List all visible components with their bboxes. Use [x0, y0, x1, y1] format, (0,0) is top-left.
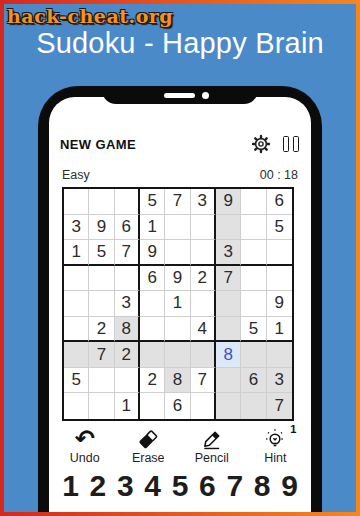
cell-r6c1[interactable]: [64, 317, 89, 343]
cell-r5c9[interactable]: 9: [267, 291, 292, 317]
pause-icon[interactable]: [282, 135, 300, 153]
undo-label: Undo: [70, 451, 100, 465]
cell-r8c2[interactable]: [89, 368, 114, 394]
cell-r1c3[interactable]: [115, 189, 140, 215]
page-title: Sudoku - Happy Brain: [0, 27, 360, 60]
camera-icon: [202, 92, 209, 99]
phone-notch: [102, 86, 258, 104]
cell-r3c2[interactable]: 5: [89, 240, 114, 266]
cell-r9c3[interactable]: 1: [115, 393, 140, 419]
cell-r6c6[interactable]: 4: [191, 317, 216, 343]
numpad-key-2[interactable]: 2: [85, 469, 110, 503]
hint-label: Hint: [264, 451, 286, 465]
status-row: Easy 00 : 18: [62, 168, 298, 182]
cell-r5c5[interactable]: 1: [165, 291, 190, 317]
undo-icon: ↶: [75, 427, 95, 450]
numpad-key-9[interactable]: 9: [277, 469, 302, 503]
numpad-key-7[interactable]: 7: [222, 469, 247, 503]
cell-r5c7[interactable]: [216, 291, 241, 317]
numpad-key-8[interactable]: 8: [250, 469, 275, 503]
cell-r9c5[interactable]: 6: [165, 393, 190, 419]
timer: 00 : 18: [260, 168, 298, 182]
speaker-icon: [164, 93, 195, 98]
pause-bar-left: [283, 136, 289, 152]
cell-r1c1[interactable]: [64, 189, 89, 215]
eraser-icon: [137, 427, 159, 450]
settings-gear-icon[interactable]: [251, 134, 271, 154]
cell-r2c1[interactable]: 3: [64, 215, 89, 241]
cell-r6c5[interactable]: [165, 317, 190, 343]
cell-r8c3[interactable]: [115, 368, 140, 394]
cell-r4c5[interactable]: 9: [165, 266, 190, 292]
cell-r1c9[interactable]: 6: [267, 189, 292, 215]
cell-r3c4[interactable]: 9: [140, 240, 165, 266]
erase-button[interactable]: Erase: [120, 427, 176, 465]
cell-r4c1[interactable]: [64, 266, 89, 292]
undo-button[interactable]: ↶ Undo: [57, 427, 113, 465]
cell-r2c4[interactable]: 1: [140, 215, 165, 241]
cell-r8c1[interactable]: 5: [64, 368, 89, 394]
cell-r9c2[interactable]: [89, 393, 114, 419]
hint-button[interactable]: 1 Hint: [247, 427, 303, 465]
cell-r9c8[interactable]: [241, 393, 266, 419]
cell-r5c3[interactable]: 3: [115, 291, 140, 317]
cell-r1c6[interactable]: 3: [191, 189, 216, 215]
light-bulb-icon: 1: [264, 427, 286, 450]
cell-r1c4[interactable]: 5: [140, 189, 165, 215]
cell-r8c4[interactable]: 2: [140, 368, 165, 394]
cell-r3c1[interactable]: 1: [64, 240, 89, 266]
cell-r6c7[interactable]: [216, 317, 241, 343]
cell-r3c8[interactable]: [241, 240, 266, 266]
cell-r7c7[interactable]: 8: [216, 342, 241, 368]
cell-r7c6[interactable]: [191, 342, 216, 368]
cell-r7c5[interactable]: [165, 342, 190, 368]
pencil-button[interactable]: Pencil: [184, 427, 240, 465]
cell-r6c9[interactable]: 1: [267, 317, 292, 343]
cell-r6c4[interactable]: [140, 317, 165, 343]
cell-r5c2[interactable]: [89, 291, 114, 317]
pencil-icon: [201, 427, 223, 450]
numpad-key-1[interactable]: 1: [58, 469, 83, 503]
cell-r7c9[interactable]: [267, 342, 292, 368]
cell-r5c8[interactable]: [241, 291, 266, 317]
toolbar: ↶ Undo Erase: [53, 427, 307, 465]
cell-r2c8[interactable]: [241, 215, 266, 241]
cell-r9c7[interactable]: [216, 393, 241, 419]
phone-mockup: NEW GAME: [38, 86, 322, 516]
cell-r9c6[interactable]: [191, 393, 216, 419]
cell-r5c6[interactable]: [191, 291, 216, 317]
cell-r1c5[interactable]: 7: [165, 189, 190, 215]
cell-r6c3[interactable]: 8: [115, 317, 140, 343]
phone-screen: NEW GAME: [49, 97, 311, 516]
cell-r7c3[interactable]: 2: [115, 342, 140, 368]
cell-r1c2[interactable]: [89, 189, 114, 215]
erase-label: Erase: [132, 451, 165, 465]
cell-r8c6[interactable]: 7: [191, 368, 216, 394]
sudoku-grid: 573963961515793692731928451728528763167: [62, 187, 294, 421]
pencil-label: Pencil: [195, 451, 229, 465]
cell-r3c6[interactable]: [191, 240, 216, 266]
cell-r1c7[interactable]: 9: [216, 189, 241, 215]
cell-r9c1[interactable]: [64, 393, 89, 419]
cell-r9c4[interactable]: [140, 393, 165, 419]
cell-r3c5[interactable]: [165, 240, 190, 266]
numpad-key-4[interactable]: 4: [140, 469, 165, 503]
cell-r7c8[interactable]: [241, 342, 266, 368]
numpad-key-5[interactable]: 5: [168, 469, 193, 503]
hint-count-badge: 1: [290, 423, 296, 435]
watermark: hack-cheat.org: [7, 5, 173, 27]
difficulty-label: Easy: [62, 168, 90, 182]
numpad-key-6[interactable]: 6: [195, 469, 220, 503]
cell-r4c6[interactable]: 2: [191, 266, 216, 292]
screenshot-root: hack-cheat.org Sudoku - Happy Brain NEW …: [0, 0, 360, 516]
numpad-key-3[interactable]: 3: [113, 469, 138, 503]
cell-r3c9[interactable]: [267, 240, 292, 266]
cell-r2c9[interactable]: 5: [267, 215, 292, 241]
cell-r2c2[interactable]: 9: [89, 215, 114, 241]
cell-r4c4[interactable]: 6: [140, 266, 165, 292]
cell-r5c4[interactable]: [140, 291, 165, 317]
app-title: NEW GAME: [60, 137, 136, 152]
cell-r8c8[interactable]: 6: [241, 368, 266, 394]
cell-r3c7[interactable]: 3: [216, 240, 241, 266]
cell-r2c6[interactable]: [191, 215, 216, 241]
cell-r7c4[interactable]: [140, 342, 165, 368]
cell-r8c7[interactable]: [216, 368, 241, 394]
cell-r2c3[interactable]: 6: [115, 215, 140, 241]
app-header: NEW GAME: [60, 133, 300, 155]
cell-r7c2[interactable]: 7: [89, 342, 114, 368]
cell-r6c2[interactable]: 2: [89, 317, 114, 343]
pause-bar-right: [293, 136, 299, 152]
cell-r8c9[interactable]: 3: [267, 368, 292, 394]
cell-r7c1[interactable]: [64, 342, 89, 368]
cell-r4c7[interactable]: 7: [216, 266, 241, 292]
cell-r8c5[interactable]: 8: [165, 368, 190, 394]
cell-r9c9[interactable]: 7: [267, 393, 292, 419]
cell-r1c8[interactable]: [241, 189, 266, 215]
cell-r5c1[interactable]: [64, 291, 89, 317]
cell-r4c3[interactable]: [115, 266, 140, 292]
cell-r4c8[interactable]: [241, 266, 266, 292]
numpad: 123456789: [58, 469, 302, 503]
cell-r4c2[interactable]: [89, 266, 114, 292]
cell-r2c7[interactable]: [216, 215, 241, 241]
cell-r3c3[interactable]: 7: [115, 240, 140, 266]
cell-r2c5[interactable]: [165, 215, 190, 241]
cell-r6c8[interactable]: 5: [241, 317, 266, 343]
cell-r4c9[interactable]: [267, 266, 292, 292]
